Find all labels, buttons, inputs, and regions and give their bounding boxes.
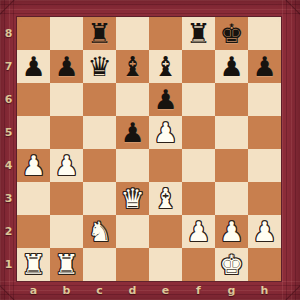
piece-white-pawn-b4[interactable]: ♟ xyxy=(54,149,78,182)
rank-label-4: 4 xyxy=(0,149,17,182)
square-g7[interactable]: ♟ xyxy=(215,50,248,83)
square-g6[interactable] xyxy=(215,83,248,116)
square-a5[interactable] xyxy=(17,116,50,149)
square-a1[interactable]: ♜ xyxy=(17,248,50,281)
frame-bottom xyxy=(0,281,300,300)
file-label-f: f xyxy=(182,281,215,300)
square-g8[interactable]: ♚ xyxy=(215,17,248,50)
piece-black-rook-f8[interactable]: ♜ xyxy=(186,17,210,50)
square-b8[interactable] xyxy=(50,17,83,50)
piece-black-pawn-g7[interactable]: ♟ xyxy=(219,50,243,83)
square-f7[interactable] xyxy=(182,50,215,83)
rank-label-5: 5 xyxy=(0,116,17,149)
rank-label-7: 7 xyxy=(0,50,17,83)
piece-white-pawn-h2[interactable]: ♟ xyxy=(252,215,276,248)
piece-black-pawn-a7[interactable]: ♟ xyxy=(21,50,45,83)
square-d1[interactable] xyxy=(116,248,149,281)
file-label-b: b xyxy=(50,281,83,300)
file-label-d: d xyxy=(116,281,149,300)
square-f2[interactable]: ♟ xyxy=(182,215,215,248)
square-f3[interactable] xyxy=(182,182,215,215)
square-c2[interactable]: ♞ xyxy=(83,215,116,248)
square-e3[interactable]: ♝ xyxy=(149,182,182,215)
piece-black-bishop-d7[interactable]: ♝ xyxy=(120,50,144,83)
square-h8[interactable] xyxy=(248,17,281,50)
square-d2[interactable] xyxy=(116,215,149,248)
square-f5[interactable] xyxy=(182,116,215,149)
frame-miter-bottom-left xyxy=(0,280,20,300)
square-d5[interactable]: ♟ xyxy=(116,116,149,149)
square-e2[interactable] xyxy=(149,215,182,248)
piece-black-king-g8[interactable]: ♚ xyxy=(219,17,243,50)
square-c5[interactable] xyxy=(83,116,116,149)
square-d4[interactable] xyxy=(116,149,149,182)
square-f4[interactable] xyxy=(182,149,215,182)
rank-label-1: 1 xyxy=(0,248,17,281)
rank-label-2: 2 xyxy=(0,215,17,248)
square-a7[interactable]: ♟ xyxy=(17,50,50,83)
square-e6[interactable]: ♟ xyxy=(149,83,182,116)
square-g5[interactable] xyxy=(215,116,248,149)
frame-top xyxy=(0,0,300,17)
piece-black-pawn-e6[interactable]: ♟ xyxy=(153,83,177,116)
square-h4[interactable] xyxy=(248,149,281,182)
square-b3[interactable] xyxy=(50,182,83,215)
square-h5[interactable] xyxy=(248,116,281,149)
file-label-g: g xyxy=(215,281,248,300)
piece-white-rook-a1[interactable]: ♜ xyxy=(21,248,45,281)
piece-white-pawn-f2[interactable]: ♟ xyxy=(186,215,210,248)
square-d8[interactable] xyxy=(116,17,149,50)
square-b2[interactable] xyxy=(50,215,83,248)
piece-white-knight-c2[interactable]: ♞ xyxy=(87,215,111,248)
piece-black-pawn-d5[interactable]: ♟ xyxy=(120,116,144,149)
square-f1[interactable] xyxy=(182,248,215,281)
square-e4[interactable] xyxy=(149,149,182,182)
rank-label-3: 3 xyxy=(0,182,17,215)
piece-white-bishop-e3[interactable]: ♝ xyxy=(153,182,177,215)
frame-miter-bottom-right xyxy=(280,280,300,300)
square-d7[interactable]: ♝ xyxy=(116,50,149,83)
file-label-e: e xyxy=(149,281,182,300)
square-b6[interactable] xyxy=(50,83,83,116)
square-b4[interactable]: ♟ xyxy=(50,149,83,182)
piece-black-pawn-h7[interactable]: ♟ xyxy=(252,50,276,83)
square-g1[interactable]: ♚ xyxy=(215,248,248,281)
square-f8[interactable]: ♜ xyxy=(182,17,215,50)
square-d6[interactable] xyxy=(116,83,149,116)
square-a6[interactable] xyxy=(17,83,50,116)
file-label-h: h xyxy=(248,281,281,300)
piece-black-queen-c7[interactable]: ♛ xyxy=(87,50,111,83)
square-h7[interactable]: ♟ xyxy=(248,50,281,83)
square-f6[interactable] xyxy=(182,83,215,116)
piece-black-pawn-b7[interactable]: ♟ xyxy=(54,50,78,83)
square-g4[interactable] xyxy=(215,149,248,182)
frame-miter-top-right xyxy=(280,0,300,20)
square-h2[interactable]: ♟ xyxy=(248,215,281,248)
square-e5[interactable]: ♟ xyxy=(149,116,182,149)
piece-white-pawn-g2[interactable]: ♟ xyxy=(219,215,243,248)
square-a2[interactable] xyxy=(17,215,50,248)
square-c1[interactable] xyxy=(83,248,116,281)
square-g2[interactable]: ♟ xyxy=(215,215,248,248)
square-c7[interactable]: ♛ xyxy=(83,50,116,83)
chess-board: ♜♜♚♟♟♛♝♝♟♟♟♟♟♟♟♛♝♞♟♟♟♜♜♚ xyxy=(17,17,281,281)
rank-label-6: 6 xyxy=(0,83,17,116)
square-a4[interactable]: ♟ xyxy=(17,149,50,182)
square-a8[interactable] xyxy=(17,17,50,50)
piece-white-pawn-a4[interactable]: ♟ xyxy=(21,149,45,182)
square-c4[interactable] xyxy=(83,149,116,182)
piece-white-king-g1[interactable]: ♚ xyxy=(219,248,243,281)
square-e1[interactable] xyxy=(149,248,182,281)
square-b1[interactable]: ♜ xyxy=(50,248,83,281)
frame-right xyxy=(282,0,300,300)
piece-black-bishop-e7[interactable]: ♝ xyxy=(153,50,177,83)
piece-white-queen-d3[interactable]: ♛ xyxy=(120,182,144,215)
rank-label-8: 8 xyxy=(0,17,17,50)
square-g3[interactable] xyxy=(215,182,248,215)
square-e7[interactable]: ♝ xyxy=(149,50,182,83)
piece-white-rook-b1[interactable]: ♜ xyxy=(54,248,78,281)
square-c3[interactable] xyxy=(83,182,116,215)
piece-white-pawn-e5[interactable]: ♟ xyxy=(153,116,177,149)
square-b7[interactable]: ♟ xyxy=(50,50,83,83)
square-c8[interactable]: ♜ xyxy=(83,17,116,50)
file-label-a: a xyxy=(17,281,50,300)
square-h3[interactable] xyxy=(248,182,281,215)
chess-diagram: ♜♜♚♟♟♛♝♝♟♟♟♟♟♟♟♛♝♞♟♟♟♜♜♚ 87654321 abcdef… xyxy=(0,0,300,300)
square-h1[interactable] xyxy=(248,248,281,281)
square-c6[interactable] xyxy=(83,83,116,116)
square-b5[interactable] xyxy=(50,116,83,149)
square-e8[interactable] xyxy=(149,17,182,50)
square-d3[interactable]: ♛ xyxy=(116,182,149,215)
square-h6[interactable] xyxy=(248,83,281,116)
piece-black-rook-c8[interactable]: ♜ xyxy=(87,17,111,50)
square-a3[interactable] xyxy=(17,182,50,215)
frame-left xyxy=(0,0,17,300)
file-label-c: c xyxy=(83,281,116,300)
